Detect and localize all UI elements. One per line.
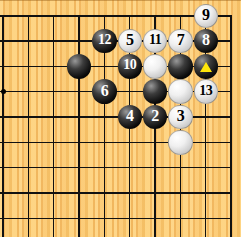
move-number: 10 [123, 58, 136, 72]
move-number: 12 [98, 33, 111, 47]
move-number: 5 [126, 32, 134, 48]
grid-line-horizontal [0, 167, 232, 168]
stone-r18: 7 [168, 29, 193, 54]
stone-q17 [143, 54, 168, 79]
stone-q16 [143, 79, 168, 104]
stone-r14 [168, 130, 193, 155]
stone-s19: 9 [194, 4, 219, 29]
grid-line-horizontal [0, 116, 232, 117]
move-number: 11 [149, 33, 161, 47]
move-number: 13 [199, 84, 212, 98]
stone-p18: 5 [118, 29, 143, 54]
grid-line-vertical [28, 15, 29, 237]
move-number: 2 [151, 108, 159, 124]
move-number: 8 [202, 32, 210, 48]
stone-p15: 4 [118, 105, 143, 130]
go-board[interactable]: 9125117810613423 [0, 0, 241, 237]
star-point [1, 89, 6, 94]
stone-s16: 13 [194, 79, 219, 104]
stone-s17 [194, 54, 219, 79]
stone-q18: 11 [143, 29, 168, 54]
stone-o18: 12 [92, 29, 117, 54]
grid-line-vertical [2, 15, 3, 237]
grid-line-vertical [78, 15, 79, 237]
stone-n17 [67, 54, 92, 79]
move-number: 6 [101, 83, 109, 99]
stone-r17 [168, 54, 193, 79]
triangle-marker-icon [200, 62, 212, 72]
stone-q15: 2 [143, 105, 168, 130]
stone-r15: 3 [168, 105, 193, 130]
stone-s18: 8 [194, 29, 219, 54]
move-number: 9 [202, 7, 210, 23]
stone-r16 [168, 79, 193, 104]
grid-line-vertical [53, 15, 54, 237]
grid-line-horizontal [0, 218, 232, 219]
grid-line-vertical [230, 15, 232, 237]
move-number: 4 [126, 108, 134, 124]
stone-o16: 6 [92, 79, 117, 104]
stone-p17: 10 [118, 54, 143, 79]
move-number: 7 [177, 32, 185, 48]
move-number: 3 [177, 108, 185, 124]
grid-line-horizontal [0, 192, 232, 193]
grid-line-horizontal [0, 142, 232, 143]
